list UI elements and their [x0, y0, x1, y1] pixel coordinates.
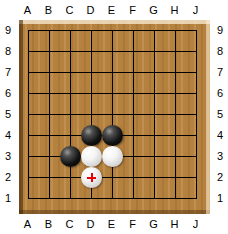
col-label-bottom-D: D [80, 214, 101, 234]
stone-black-C3[interactable] [60, 146, 81, 167]
row-labels-right: 987654321 [212, 20, 228, 209]
row-label-right-3: 3 [212, 146, 228, 167]
row-label-right-4: 4 [212, 125, 228, 146]
row-label-left-3: 3 [0, 146, 16, 167]
row-label-left-6: 6 [0, 83, 16, 104]
col-label-top-D: D [80, 0, 101, 20]
row-label-right-5: 5 [212, 104, 228, 125]
row-label-right-8: 8 [212, 41, 228, 62]
col-label-top-G: G [143, 0, 164, 20]
board-grid[interactable] [28, 30, 197, 199]
row-labels-left: 987654321 [0, 20, 16, 209]
row-label-left-2: 2 [0, 167, 16, 188]
row-label-right-2: 2 [212, 167, 228, 188]
stone-white-D2[interactable] [81, 167, 102, 188]
row-label-right-7: 7 [212, 62, 228, 83]
row-label-right-9: 9 [212, 20, 228, 41]
last-move-marker [81, 167, 102, 188]
row-label-left-1: 1 [0, 188, 16, 209]
col-label-top-F: F [122, 0, 143, 20]
col-label-bottom-F: F [122, 214, 143, 234]
col-label-top-H: H [164, 0, 185, 20]
row-label-right-6: 6 [212, 83, 228, 104]
col-label-top-J: J [185, 0, 206, 20]
row-label-right-1: 1 [212, 188, 228, 209]
stone-black-E4[interactable] [102, 125, 123, 146]
column-labels-top: ABCDEFGHJ [17, 0, 206, 20]
stone-white-D3[interactable] [81, 146, 102, 167]
row-label-left-5: 5 [0, 104, 16, 125]
stone-white-E3[interactable] [102, 146, 123, 167]
col-label-bottom-G: G [143, 214, 164, 234]
col-label-top-E: E [101, 0, 122, 20]
col-label-bottom-E: E [101, 214, 122, 234]
col-label-top-C: C [59, 0, 80, 20]
col-label-bottom-J: J [185, 214, 206, 234]
go-board[interactable] [19, 20, 210, 214]
stone-black-D4[interactable] [81, 125, 102, 146]
row-label-left-4: 4 [0, 125, 16, 146]
column-labels-bottom: ABCDEFGHJ [17, 214, 206, 234]
row-label-left-7: 7 [0, 62, 16, 83]
col-label-bottom-C: C [59, 214, 80, 234]
col-label-bottom-H: H [164, 214, 185, 234]
go-diagram: ABCDEFGHJ ABCDEFGHJ 987654321 987654321 [0, 0, 228, 234]
col-label-top-B: B [38, 0, 59, 20]
col-label-bottom-A: A [17, 214, 38, 234]
col-label-top-A: A [17, 0, 38, 20]
row-label-left-8: 8 [0, 41, 16, 62]
row-label-left-9: 9 [0, 20, 16, 41]
col-label-bottom-B: B [38, 214, 59, 234]
